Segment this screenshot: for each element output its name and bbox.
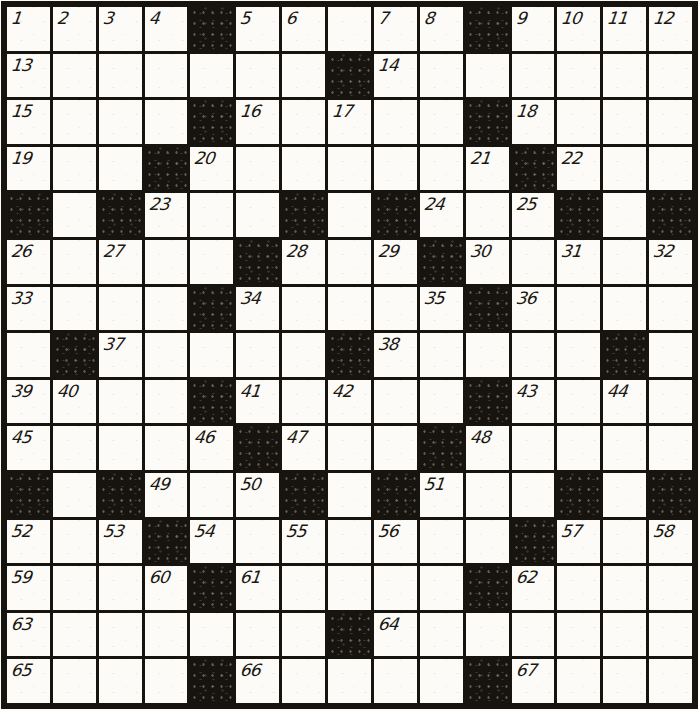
letter-cell-r7c14[interactable] — [603, 287, 646, 331]
blocked-cell-r11c7 — [282, 473, 325, 517]
clue-number-32: 32 — [652, 241, 674, 261]
clue-number-21: 21 — [469, 148, 491, 168]
clue-number-4: 4 — [148, 8, 160, 28]
letter-cell-r7c6[interactable]: 34 — [236, 287, 279, 331]
letter-cell-r1c14[interactable]: 11 — [603, 7, 646, 51]
letter-cell-r6c12[interactable] — [512, 240, 555, 284]
blocked-cell-r7c5 — [190, 287, 233, 331]
letter-cell-r7c12[interactable]: 36 — [512, 287, 555, 331]
letter-cell-r6c1[interactable]: 26 — [7, 240, 50, 284]
clue-number-27: 27 — [102, 241, 124, 261]
letter-cell-r14c1[interactable]: 63 — [7, 613, 50, 657]
letter-cell-r2c2[interactable] — [53, 54, 96, 98]
letter-cell-r12c8[interactable] — [328, 520, 371, 564]
letter-cell-r3c2[interactable] — [53, 100, 96, 144]
letter-cell-r1c12[interactable]: 9 — [512, 7, 555, 51]
clue-number-65: 65 — [10, 660, 32, 680]
letter-cell-r2c7[interactable] — [282, 54, 325, 98]
clue-number-15: 15 — [10, 101, 32, 121]
letter-cell-r13c6[interactable]: 61 — [236, 566, 279, 610]
letter-cell-r12c14[interactable] — [603, 520, 646, 564]
letter-cell-r9c3[interactable] — [99, 380, 142, 424]
letter-cell-r7c15[interactable] — [649, 287, 692, 331]
letter-cell-r13c13[interactable] — [557, 566, 600, 610]
letter-cell-r1c1[interactable]: 1 — [7, 7, 50, 51]
letter-cell-r7c9[interactable] — [374, 287, 417, 331]
clue-number-49: 49 — [148, 474, 170, 494]
letter-cell-r3c3[interactable] — [99, 100, 142, 144]
letter-cell-r8c6[interactable] — [236, 333, 279, 377]
letter-cell-r2c15[interactable] — [649, 54, 692, 98]
letter-cell-r15c6[interactable]: 66 — [236, 659, 279, 703]
blocked-cell-r11c1 — [7, 473, 50, 517]
letter-cell-r6c11[interactable]: 30 — [466, 240, 509, 284]
letter-cell-r11c5[interactable] — [190, 473, 233, 517]
letter-cell-r15c9[interactable] — [374, 659, 417, 703]
blocked-cell-r4c12 — [512, 147, 555, 191]
letter-cell-r1c8[interactable] — [328, 7, 371, 51]
letter-cell-r9c14[interactable]: 44 — [603, 380, 646, 424]
letter-cell-r14c6[interactable] — [236, 613, 279, 657]
letter-cell-r5c14[interactable] — [603, 193, 646, 237]
blocked-cell-r11c9 — [374, 473, 417, 517]
letter-cell-r15c3[interactable] — [99, 659, 142, 703]
letter-cell-r11c10[interactable]: 51 — [420, 473, 463, 517]
letter-cell-r9c13[interactable] — [557, 380, 600, 424]
blocked-cell-r5c7 — [282, 193, 325, 237]
clue-number-36: 36 — [514, 288, 536, 308]
letter-cell-r15c12[interactable]: 67 — [512, 659, 555, 703]
clue-number-18: 18 — [514, 101, 536, 121]
blocked-cell-r15c5 — [190, 659, 233, 703]
letter-cell-r14c5[interactable] — [190, 613, 233, 657]
letter-cell-r9c4[interactable] — [145, 380, 188, 424]
letter-cell-r6c8[interactable] — [328, 240, 371, 284]
letter-cell-r8c3[interactable]: 37 — [99, 333, 142, 377]
letter-cell-r13c9[interactable] — [374, 566, 417, 610]
letter-cell-r10c3[interactable] — [99, 426, 142, 470]
letter-cell-r9c10[interactable] — [420, 380, 463, 424]
letter-cell-r11c14[interactable] — [603, 473, 646, 517]
letter-cell-r12c7[interactable]: 55 — [282, 520, 325, 564]
letter-cell-r4c15[interactable] — [649, 147, 692, 191]
letter-cell-r4c14[interactable] — [603, 147, 646, 191]
letter-cell-r14c11[interactable] — [466, 613, 509, 657]
letter-cell-r15c10[interactable] — [420, 659, 463, 703]
blocked-cell-r6c6 — [236, 240, 279, 284]
letter-cell-r10c11[interactable]: 48 — [466, 426, 509, 470]
letter-cell-r4c9[interactable] — [374, 147, 417, 191]
letter-cell-r6c15[interactable]: 32 — [649, 240, 692, 284]
letter-cell-r14c13[interactable] — [557, 613, 600, 657]
clue-number-40: 40 — [56, 381, 78, 401]
letter-cell-r7c1[interactable]: 33 — [7, 287, 50, 331]
letter-cell-r3c1[interactable]: 15 — [7, 100, 50, 144]
letter-cell-r14c2[interactable] — [53, 613, 96, 657]
clue-number-14: 14 — [377, 55, 399, 75]
clue-number-43: 43 — [514, 381, 536, 401]
letter-cell-r1c9[interactable]: 7 — [374, 7, 417, 51]
letter-cell-r12c2[interactable] — [53, 520, 96, 564]
letter-cell-r4c11[interactable]: 21 — [466, 147, 509, 191]
clue-number-33: 33 — [10, 288, 32, 308]
clue-number-8: 8 — [423, 8, 435, 28]
letter-cell-r2c1[interactable]: 13 — [7, 54, 50, 98]
blocked-cell-r8c2 — [53, 333, 96, 377]
letter-cell-r10c13[interactable] — [557, 426, 600, 470]
letter-cell-r5c2[interactable] — [53, 193, 96, 237]
letter-cell-r13c12[interactable]: 62 — [512, 566, 555, 610]
blocked-cell-r1c5 — [190, 7, 233, 51]
clue-number-10: 10 — [560, 8, 582, 28]
letter-cell-r3c8[interactable]: 17 — [328, 100, 371, 144]
letter-cell-r5c4[interactable]: 23 — [145, 193, 188, 237]
clue-number-53: 53 — [102, 521, 124, 541]
letter-cell-r1c7[interactable]: 6 — [282, 7, 325, 51]
letter-cell-r8c13[interactable] — [557, 333, 600, 377]
clue-number-41: 41 — [239, 381, 261, 401]
crossword-board: 1234567891011121314151617181920212223242… — [0, 0, 700, 711]
letter-cell-r6c3[interactable]: 27 — [99, 240, 142, 284]
clue-number-57: 57 — [560, 521, 582, 541]
letter-cell-r2c9[interactable]: 14 — [374, 54, 417, 98]
letter-cell-r13c14[interactable] — [603, 566, 646, 610]
letter-cell-r3c6[interactable]: 16 — [236, 100, 279, 144]
letter-cell-r6c5[interactable] — [190, 240, 233, 284]
letter-cell-r5c10[interactable]: 24 — [420, 193, 463, 237]
letter-cell-r11c12[interactable] — [512, 473, 555, 517]
letter-cell-r14c10[interactable] — [420, 613, 463, 657]
letter-cell-r6c13[interactable]: 31 — [557, 240, 600, 284]
blocked-cell-r9c5 — [190, 380, 233, 424]
clue-number-54: 54 — [193, 521, 215, 541]
clue-number-67: 67 — [514, 660, 536, 680]
clue-number-12: 12 — [652, 8, 674, 28]
letter-cell-r11c2[interactable] — [53, 473, 96, 517]
letter-cell-r9c6[interactable]: 41 — [236, 380, 279, 424]
clue-number-35: 35 — [423, 288, 445, 308]
letter-cell-r7c3[interactable] — [99, 287, 142, 331]
clue-number-23: 23 — [148, 194, 170, 214]
letter-cell-r13c2[interactable] — [53, 566, 96, 610]
letter-cell-r1c2[interactable]: 2 — [53, 7, 96, 51]
letter-cell-r12c1[interactable]: 52 — [7, 520, 50, 564]
blocked-cell-r7c11 — [466, 287, 509, 331]
letter-cell-r6c14[interactable] — [603, 240, 646, 284]
letter-cell-r13c3[interactable] — [99, 566, 142, 610]
letter-cell-r12c10[interactable] — [420, 520, 463, 564]
letter-cell-r15c8[interactable] — [328, 659, 371, 703]
letter-cell-r5c11[interactable] — [466, 193, 509, 237]
clue-number-63: 63 — [10, 614, 32, 634]
letter-cell-r14c14[interactable] — [603, 613, 646, 657]
blocked-cell-r11c13 — [557, 473, 600, 517]
blocked-cell-r5c1 — [7, 193, 50, 237]
letter-cell-r3c12[interactable]: 18 — [512, 100, 555, 144]
blocked-cell-r5c15 — [649, 193, 692, 237]
letter-cell-r8c11[interactable] — [466, 333, 509, 377]
letter-cell-r2c6[interactable] — [236, 54, 279, 98]
letter-cell-r12c3[interactable]: 53 — [99, 520, 142, 564]
letter-cell-r11c8[interactable] — [328, 473, 371, 517]
letter-cell-r8c12[interactable] — [512, 333, 555, 377]
letter-cell-r14c12[interactable] — [512, 613, 555, 657]
clue-number-34: 34 — [239, 288, 261, 308]
clue-number-6: 6 — [285, 8, 297, 28]
letter-cell-r9c1[interactable]: 39 — [7, 380, 50, 424]
letter-cell-r8c15[interactable] — [649, 333, 692, 377]
letter-cell-r2c5[interactable] — [190, 54, 233, 98]
letter-cell-r4c5[interactable]: 20 — [190, 147, 233, 191]
clue-number-64: 64 — [377, 614, 399, 634]
letter-cell-r11c11[interactable] — [466, 473, 509, 517]
clue-number-51: 51 — [423, 474, 445, 494]
letter-cell-r6c2[interactable] — [53, 240, 96, 284]
letter-cell-r13c1[interactable]: 59 — [7, 566, 50, 610]
letter-cell-r3c9[interactable] — [374, 100, 417, 144]
letter-cell-r12c13[interactable]: 57 — [557, 520, 600, 564]
blocked-cell-r8c14 — [603, 333, 646, 377]
letter-cell-r15c7[interactable] — [282, 659, 325, 703]
blocked-cell-r9c11 — [466, 380, 509, 424]
letter-cell-r6c4[interactable] — [145, 240, 188, 284]
letter-cell-r4c8[interactable] — [328, 147, 371, 191]
letter-cell-r7c7[interactable] — [282, 287, 325, 331]
letter-cell-r3c7[interactable] — [282, 100, 325, 144]
letter-cell-r10c14[interactable] — [603, 426, 646, 470]
letter-cell-r12c6[interactable] — [236, 520, 279, 564]
letter-cell-r1c4[interactable]: 4 — [145, 7, 188, 51]
clue-number-29: 29 — [377, 241, 399, 261]
clue-number-44: 44 — [606, 381, 628, 401]
clue-number-50: 50 — [239, 474, 261, 494]
letter-cell-r13c4[interactable]: 60 — [145, 566, 188, 610]
letter-cell-r4c6[interactable] — [236, 147, 279, 191]
letter-cell-r9c9[interactable] — [374, 380, 417, 424]
clue-number-1: 1 — [10, 8, 22, 28]
crossword-grid: 1234567891011121314151617181920212223242… — [1, 1, 698, 709]
letter-cell-r8c10[interactable] — [420, 333, 463, 377]
clue-number-48: 48 — [469, 427, 491, 447]
letter-cell-r10c5[interactable]: 46 — [190, 426, 233, 470]
letter-cell-r4c7[interactable] — [282, 147, 325, 191]
letter-cell-r12c11[interactable] — [466, 520, 509, 564]
letter-cell-r3c4[interactable] — [145, 100, 188, 144]
letter-cell-r13c8[interactable] — [328, 566, 371, 610]
blocked-cell-r13c11 — [466, 566, 509, 610]
letter-cell-r10c12[interactable] — [512, 426, 555, 470]
letter-cell-r4c10[interactable] — [420, 147, 463, 191]
letter-cell-r12c5[interactable]: 54 — [190, 520, 233, 564]
letter-cell-r2c11[interactable] — [466, 54, 509, 98]
letter-cell-r15c1[interactable]: 65 — [7, 659, 50, 703]
letter-cell-r14c15[interactable] — [649, 613, 692, 657]
clue-number-39: 39 — [10, 381, 32, 401]
letter-cell-r9c15[interactable] — [649, 380, 692, 424]
clue-number-62: 62 — [514, 567, 536, 587]
letter-cell-r15c2[interactable] — [53, 659, 96, 703]
blocked-cell-r5c9 — [374, 193, 417, 237]
clue-number-61: 61 — [239, 567, 261, 587]
letter-cell-r2c13[interactable] — [557, 54, 600, 98]
letter-cell-r10c7[interactable]: 47 — [282, 426, 325, 470]
letter-cell-r2c4[interactable] — [145, 54, 188, 98]
clue-number-47: 47 — [285, 427, 307, 447]
blocked-cell-r3c11 — [466, 100, 509, 144]
letter-cell-r5c5[interactable] — [190, 193, 233, 237]
letter-cell-r12c15[interactable]: 58 — [649, 520, 692, 564]
clue-number-58: 58 — [652, 521, 674, 541]
clue-number-38: 38 — [377, 334, 399, 354]
letter-cell-r8c4[interactable] — [145, 333, 188, 377]
letter-cell-r7c8[interactable] — [328, 287, 371, 331]
letter-cell-r5c8[interactable] — [328, 193, 371, 237]
clue-number-25: 25 — [514, 194, 536, 214]
letter-cell-r3c14[interactable] — [603, 100, 646, 144]
blocked-cell-r10c10 — [420, 426, 463, 470]
letter-cell-r7c2[interactable] — [53, 287, 96, 331]
clue-number-22: 22 — [560, 148, 582, 168]
clue-number-55: 55 — [285, 521, 307, 541]
blocked-cell-r3c5 — [190, 100, 233, 144]
clue-number-52: 52 — [10, 521, 32, 541]
blocked-cell-r2c8 — [328, 54, 371, 98]
letter-cell-r4c2[interactable] — [53, 147, 96, 191]
letter-cell-r15c14[interactable] — [603, 659, 646, 703]
clue-number-26: 26 — [10, 241, 32, 261]
letter-cell-r8c1[interactable] — [7, 333, 50, 377]
blocked-cell-r12c12 — [512, 520, 555, 564]
letter-cell-r5c12[interactable]: 25 — [512, 193, 555, 237]
blocked-cell-r5c13 — [557, 193, 600, 237]
letter-cell-r10c15[interactable] — [649, 426, 692, 470]
letter-cell-r2c10[interactable] — [420, 54, 463, 98]
letter-cell-r1c15[interactable]: 12 — [649, 7, 692, 51]
blocked-cell-r11c3 — [99, 473, 142, 517]
blocked-cell-r4c4 — [145, 147, 188, 191]
clue-number-46: 46 — [193, 427, 215, 447]
clue-number-20: 20 — [193, 148, 215, 168]
letter-cell-r12c9[interactable]: 56 — [374, 520, 417, 564]
blocked-cell-r12c4 — [145, 520, 188, 564]
letter-cell-r3c10[interactable] — [420, 100, 463, 144]
letter-cell-r5c6[interactable] — [236, 193, 279, 237]
letter-cell-r4c3[interactable] — [99, 147, 142, 191]
clue-number-45: 45 — [10, 427, 32, 447]
letter-cell-r15c13[interactable] — [557, 659, 600, 703]
letter-cell-r10c1[interactable]: 45 — [7, 426, 50, 470]
letter-cell-r14c4[interactable] — [145, 613, 188, 657]
letter-cell-r1c3[interactable]: 3 — [99, 7, 142, 51]
clue-number-17: 17 — [331, 101, 353, 121]
letter-cell-r1c6[interactable]: 5 — [236, 7, 279, 51]
letter-cell-r3c15[interactable] — [649, 100, 692, 144]
clue-number-13: 13 — [10, 55, 32, 75]
clue-number-28: 28 — [285, 241, 307, 261]
letter-cell-r14c7[interactable] — [282, 613, 325, 657]
letter-cell-r2c14[interactable] — [603, 54, 646, 98]
clue-number-11: 11 — [606, 8, 628, 28]
letter-cell-r15c4[interactable] — [145, 659, 188, 703]
letter-cell-r4c1[interactable]: 19 — [7, 147, 50, 191]
clue-number-37: 37 — [102, 334, 124, 354]
clue-number-60: 60 — [148, 567, 170, 587]
blocked-cell-r10c6 — [236, 426, 279, 470]
clue-number-59: 59 — [10, 567, 32, 587]
blocked-cell-r5c3 — [99, 193, 142, 237]
letter-cell-r13c10[interactable] — [420, 566, 463, 610]
letter-cell-r7c4[interactable] — [145, 287, 188, 331]
clue-number-2: 2 — [56, 8, 68, 28]
clue-number-42: 42 — [331, 381, 353, 401]
letter-cell-r2c3[interactable] — [99, 54, 142, 98]
letter-cell-r7c10[interactable]: 35 — [420, 287, 463, 331]
letter-cell-r6c9[interactable]: 29 — [374, 240, 417, 284]
blocked-cell-r11c15 — [649, 473, 692, 517]
blocked-cell-r1c11 — [466, 7, 509, 51]
clue-number-30: 30 — [469, 241, 491, 261]
letter-cell-r10c2[interactable] — [53, 426, 96, 470]
letter-cell-r11c6[interactable]: 50 — [236, 473, 279, 517]
blocked-cell-r14c8 — [328, 613, 371, 657]
letter-cell-r1c10[interactable]: 8 — [420, 7, 463, 51]
letter-cell-r8c7[interactable] — [282, 333, 325, 377]
clue-number-5: 5 — [239, 8, 251, 28]
letter-cell-r14c9[interactable]: 64 — [374, 613, 417, 657]
letter-cell-r8c5[interactable] — [190, 333, 233, 377]
clue-number-31: 31 — [560, 241, 582, 261]
clue-number-7: 7 — [377, 8, 389, 28]
clue-number-3: 3 — [102, 8, 114, 28]
clue-number-56: 56 — [377, 521, 399, 541]
letter-cell-r14c3[interactable] — [99, 613, 142, 657]
letter-cell-r9c8[interactable]: 42 — [328, 380, 371, 424]
clue-number-66: 66 — [239, 660, 261, 680]
blocked-cell-r13c5 — [190, 566, 233, 610]
blocked-cell-r6c10 — [420, 240, 463, 284]
letter-cell-r9c12[interactable]: 43 — [512, 380, 555, 424]
letter-cell-r10c9[interactable] — [374, 426, 417, 470]
clue-number-9: 9 — [514, 8, 526, 28]
letter-cell-r9c7[interactable] — [282, 380, 325, 424]
letter-cell-r10c4[interactable] — [145, 426, 188, 470]
letter-cell-r13c15[interactable] — [649, 566, 692, 610]
letter-cell-r8c9[interactable]: 38 — [374, 333, 417, 377]
letter-cell-r11c4[interactable]: 49 — [145, 473, 188, 517]
blocked-cell-r15c11 — [466, 659, 509, 703]
clue-number-19: 19 — [10, 148, 32, 168]
clue-number-24: 24 — [423, 194, 445, 214]
letter-cell-r2c12[interactable] — [512, 54, 555, 98]
letter-cell-r1c13[interactable]: 10 — [557, 7, 600, 51]
letter-cell-r15c15[interactable] — [649, 659, 692, 703]
letter-cell-r13c7[interactable] — [282, 566, 325, 610]
clue-number-16: 16 — [239, 101, 261, 121]
blocked-cell-r8c8 — [328, 333, 371, 377]
letter-cell-r6c7[interactable]: 28 — [282, 240, 325, 284]
letter-cell-r4c13[interactable]: 22 — [557, 147, 600, 191]
letter-cell-r3c13[interactable] — [557, 100, 600, 144]
letter-cell-r9c2[interactable]: 40 — [53, 380, 96, 424]
letter-cell-r10c8[interactable] — [328, 426, 371, 470]
letter-cell-r7c13[interactable] — [557, 287, 600, 331]
